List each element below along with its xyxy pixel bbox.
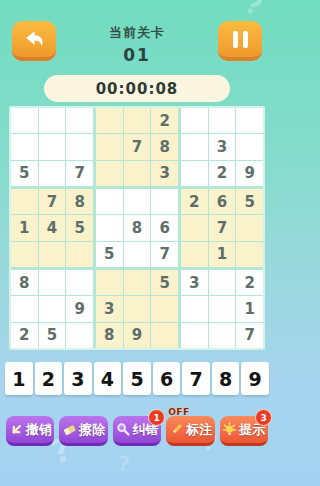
numpad-button-7[interactable]: 7 (182, 362, 210, 395)
sudoku-cell-r2c3[interactable] (66, 134, 93, 159)
sudoku-cell-r9c7[interactable] (181, 323, 208, 348)
sudoku-block: 2783 (96, 108, 178, 186)
sudoku-cell-r7c8[interactable] (209, 270, 236, 295)
sudoku-cell-r6c3[interactable] (66, 242, 93, 267)
notes-button[interactable]: 标注 OFF (166, 416, 214, 446)
sudoku-cell-r5c6[interactable]: 6 (151, 215, 178, 240)
sudoku-cell-r8c3[interactable]: 9 (66, 296, 93, 321)
sudoku-cell-r3c8[interactable]: 2 (209, 161, 236, 186)
sudoku-cell-r5c7[interactable] (181, 215, 208, 240)
sudoku-cell-r5c3[interactable]: 5 (66, 215, 93, 240)
sudoku-cell-r2c1[interactable] (11, 134, 38, 159)
sudoku-cell-r8c8[interactable] (209, 296, 236, 321)
sudoku-cell-r4c4[interactable] (96, 189, 123, 214)
sudoku-block: 26571 (181, 189, 263, 267)
sudoku-block: 3217 (181, 270, 263, 348)
sudoku-cell-r3c7[interactable] (181, 161, 208, 186)
pencil-icon (169, 422, 184, 437)
sudoku-cell-r3c3[interactable]: 7 (66, 161, 93, 186)
sudoku-cell-r8c1[interactable] (11, 296, 38, 321)
sudoku-cell-r3c9[interactable]: 9 (236, 161, 263, 186)
sudoku-cell-r5c8[interactable]: 7 (209, 215, 236, 240)
sudoku-cell-r4c2[interactable]: 7 (39, 189, 66, 214)
sudoku-cell-r2c2[interactable] (39, 134, 66, 159)
sudoku-cell-r1c7[interactable] (181, 108, 208, 133)
pause-icon (233, 31, 248, 48)
sudoku-cell-r7c3[interactable] (66, 270, 93, 295)
erase-button[interactable]: 擦除 (59, 416, 107, 446)
background-question-mark: ? (116, 451, 131, 476)
sudoku-cell-r8c9[interactable]: 1 (236, 296, 263, 321)
sudoku-cell-r8c6[interactable] (151, 296, 178, 321)
sudoku-block: 78145 (11, 189, 93, 267)
sudoku-cell-r9c1[interactable]: 2 (11, 323, 38, 348)
sudoku-cell-r2c5[interactable]: 7 (124, 134, 151, 159)
toolbar: 撤销 擦除 纠错 1 标注 OFF (6, 416, 268, 446)
numpad-button-9[interactable]: 9 (241, 362, 269, 395)
sudoku-cell-r1c1[interactable] (11, 108, 38, 133)
sudoku-cell-r7c6[interactable]: 5 (151, 270, 178, 295)
sudoku-cell-r4c9[interactable]: 5 (236, 189, 263, 214)
eraser-icon (62, 422, 77, 437)
sudoku-cell-r1c9[interactable] (236, 108, 263, 133)
sudoku-cell-r5c2[interactable]: 4 (39, 215, 66, 240)
error-check-badge: 1 (148, 409, 165, 426)
sudoku-cell-r7c9[interactable]: 2 (236, 270, 263, 295)
notes-label: 标注 (186, 421, 212, 439)
sudoku-cell-r6c1[interactable] (11, 242, 38, 267)
sudoku-cell-r3c4[interactable] (96, 161, 123, 186)
undo-label: 撤销 (26, 421, 52, 439)
sudoku-cell-r6c4[interactable]: 5 (96, 242, 123, 267)
sudoku-cell-r4c8[interactable]: 6 (209, 189, 236, 214)
sudoku-board: 57278332978145865726571892553893217 (9, 106, 265, 350)
numpad-button-1[interactable]: 1 (5, 362, 33, 395)
sudoku-cell-r6c2[interactable] (39, 242, 66, 267)
hint-badge: 3 (255, 409, 272, 426)
pause-button[interactable] (218, 21, 262, 61)
sudoku-cell-r2c8[interactable]: 3 (209, 134, 236, 159)
numpad-button-8[interactable]: 8 (212, 362, 240, 395)
sudoku-cell-r8c2[interactable] (39, 296, 66, 321)
sudoku-cell-r1c6[interactable]: 2 (151, 108, 178, 133)
sudoku-cell-r3c2[interactable] (39, 161, 66, 186)
numpad-button-6[interactable]: 6 (153, 362, 181, 395)
sudoku-cell-r2c7[interactable] (181, 134, 208, 159)
sudoku-cell-r9c8[interactable] (209, 323, 236, 348)
timer-display: 00:00:08 (44, 75, 230, 102)
sudoku-cell-r9c9[interactable]: 7 (236, 323, 263, 348)
sudoku-cell-r4c7[interactable]: 2 (181, 189, 208, 214)
sudoku-cell-r5c1[interactable]: 1 (11, 215, 38, 240)
sudoku-cell-r4c6[interactable] (151, 189, 178, 214)
sudoku-cell-r5c5[interactable]: 8 (124, 215, 151, 240)
sudoku-cell-r2c9[interactable] (236, 134, 263, 159)
hint-button[interactable]: 提示 3 (220, 416, 268, 446)
erase-label: 擦除 (79, 421, 105, 439)
numpad-button-3[interactable]: 3 (64, 362, 92, 395)
notes-off-label: OFF (168, 407, 189, 417)
sudoku-cell-r8c5[interactable] (124, 296, 151, 321)
sudoku-cell-r2c6[interactable]: 8 (151, 134, 178, 159)
sudoku-cell-r6c9[interactable] (236, 242, 263, 267)
sudoku-cell-r1c5[interactable] (124, 108, 151, 133)
sudoku-block: 8657 (96, 189, 178, 267)
sudoku-cell-r5c4[interactable] (96, 215, 123, 240)
sudoku-cell-r8c7[interactable] (181, 296, 208, 321)
sudoku-cell-r3c6[interactable]: 3 (151, 161, 178, 186)
sudoku-cell-r9c2[interactable]: 5 (39, 323, 66, 348)
sudoku-cell-r9c6[interactable] (151, 323, 178, 348)
sudoku-cell-r4c5[interactable] (124, 189, 151, 214)
numpad-button-4[interactable]: 4 (94, 362, 122, 395)
sudoku-block: 57 (11, 108, 93, 186)
sudoku-cell-r9c4[interactable]: 8 (96, 323, 123, 348)
sudoku-cell-r6c7[interactable] (181, 242, 208, 267)
sudoku-cell-r1c8[interactable] (209, 108, 236, 133)
numpad-button-2[interactable]: 2 (35, 362, 63, 395)
sudoku-cell-r9c3[interactable] (66, 323, 93, 348)
sudoku-cell-r4c1[interactable] (11, 189, 38, 214)
sudoku-cell-r3c1[interactable]: 5 (11, 161, 38, 186)
sudoku-cell-r9c5[interactable]: 9 (124, 323, 151, 348)
sudoku-block: 8925 (11, 270, 93, 348)
undo-arrow-icon (9, 422, 24, 437)
undo-button[interactable]: 撤销 (6, 416, 54, 446)
sudoku-cell-r7c5[interactable] (124, 270, 151, 295)
error-check-button[interactable]: 纠错 1 (113, 416, 161, 446)
sudoku-cell-r2c4[interactable] (96, 134, 123, 159)
sudoku-cell-r7c4[interactable] (96, 270, 123, 295)
sudoku-cell-r8c4[interactable]: 3 (96, 296, 123, 321)
sudoku-block: 5389 (96, 270, 178, 348)
sudoku-cell-r4c3[interactable]: 8 (66, 189, 93, 214)
sudoku-cell-r7c1[interactable]: 8 (11, 270, 38, 295)
sudoku-cell-r6c5[interactable] (124, 242, 151, 267)
magnifier-icon (116, 422, 131, 437)
numpad-button-5[interactable]: 5 (123, 362, 151, 395)
sudoku-cell-r7c7[interactable]: 3 (181, 270, 208, 295)
sudoku-cell-r7c2[interactable] (39, 270, 66, 295)
sudoku-cell-r6c6[interactable]: 7 (151, 242, 178, 267)
sudoku-cell-r6c8[interactable]: 1 (209, 242, 236, 267)
sudoku-cell-r5c9[interactable] (236, 215, 263, 240)
sudoku-block: 329 (181, 108, 263, 186)
bulb-icon (222, 422, 237, 437)
sudoku-cell-r1c4[interactable] (96, 108, 123, 133)
sudoku-cell-r1c2[interactable] (39, 108, 66, 133)
number-pad: 123456789 (5, 362, 269, 395)
background-question-mark: ? (241, 0, 267, 22)
sudoku-cell-r1c3[interactable] (66, 108, 93, 133)
sudoku-cell-r3c5[interactable] (124, 161, 151, 186)
